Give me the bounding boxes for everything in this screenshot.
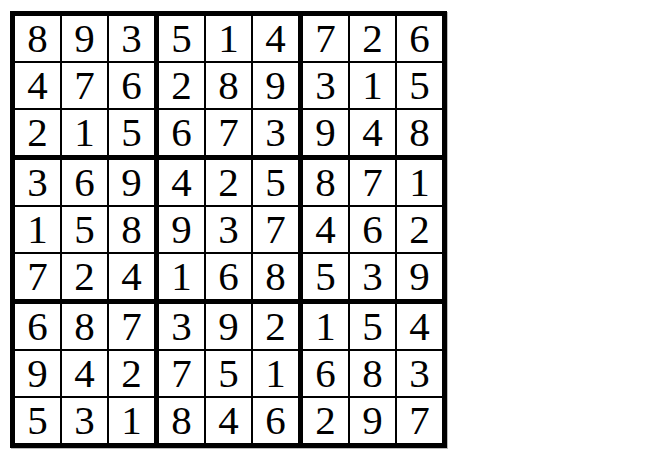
cell-r4c4[interactable]: 4: [159, 160, 206, 207]
cell-r1c3[interactable]: 3: [109, 16, 159, 63]
cell-r8c8[interactable]: 8: [350, 351, 397, 398]
cell-r9c7[interactable]: 2: [303, 398, 350, 443]
cell-r5c4[interactable]: 9: [159, 207, 206, 254]
cell-r4c5[interactable]: 2: [206, 160, 253, 207]
cell-r4c9[interactable]: 1: [397, 160, 442, 207]
cell-r6c5[interactable]: 6: [206, 254, 253, 304]
cell-r2c9[interactable]: 5: [397, 63, 442, 110]
cell-r1c7[interactable]: 7: [303, 16, 350, 63]
sudoku-board: 8935147264762893152156739483694258711589…: [10, 11, 447, 448]
cell-r7c8[interactable]: 5: [350, 304, 397, 351]
cell-r2c3[interactable]: 6: [109, 63, 159, 110]
cell-r8c3[interactable]: 2: [109, 351, 159, 398]
cell-r9c4[interactable]: 8: [159, 398, 206, 443]
cell-r8c4[interactable]: 7: [159, 351, 206, 398]
cell-r2c4[interactable]: 2: [159, 63, 206, 110]
cell-r9c9[interactable]: 7: [397, 398, 442, 443]
cell-r2c8[interactable]: 1: [350, 63, 397, 110]
cell-r8c6[interactable]: 1: [253, 351, 303, 398]
cell-r7c5[interactable]: 9: [206, 304, 253, 351]
cell-r6c1[interactable]: 7: [15, 254, 62, 304]
cell-r2c7[interactable]: 3: [303, 63, 350, 110]
cell-r9c2[interactable]: 3: [62, 398, 109, 443]
cell-r5c2[interactable]: 5: [62, 207, 109, 254]
cell-r8c7[interactable]: 6: [303, 351, 350, 398]
cell-r8c1[interactable]: 9: [15, 351, 62, 398]
cell-r2c5[interactable]: 8: [206, 63, 253, 110]
cell-r8c9[interactable]: 3: [397, 351, 442, 398]
cell-r3c4[interactable]: 6: [159, 110, 206, 160]
cell-r5c8[interactable]: 6: [350, 207, 397, 254]
cell-r9c1[interactable]: 5: [15, 398, 62, 443]
cell-r7c2[interactable]: 8: [62, 304, 109, 351]
cell-r1c2[interactable]: 9: [62, 16, 109, 63]
cell-r8c2[interactable]: 4: [62, 351, 109, 398]
cell-r3c3[interactable]: 5: [109, 110, 159, 160]
cell-r1c5[interactable]: 1: [206, 16, 253, 63]
cell-r6c3[interactable]: 4: [109, 254, 159, 304]
cell-r5c3[interactable]: 8: [109, 207, 159, 254]
cell-r2c2[interactable]: 7: [62, 63, 109, 110]
cell-r9c8[interactable]: 9: [350, 398, 397, 443]
cell-r5c6[interactable]: 7: [253, 207, 303, 254]
cell-r7c7[interactable]: 1: [303, 304, 350, 351]
cell-r8c5[interactable]: 5: [206, 351, 253, 398]
cell-r3c1[interactable]: 2: [15, 110, 62, 160]
cell-r3c2[interactable]: 1: [62, 110, 109, 160]
cell-r2c1[interactable]: 4: [15, 63, 62, 110]
cell-r9c3[interactable]: 1: [109, 398, 159, 443]
cell-r3c6[interactable]: 3: [253, 110, 303, 160]
cell-r7c4[interactable]: 3: [159, 304, 206, 351]
cell-r4c3[interactable]: 9: [109, 160, 159, 207]
cell-r3c9[interactable]: 8: [397, 110, 442, 160]
cell-r4c1[interactable]: 3: [15, 160, 62, 207]
cell-r5c9[interactable]: 2: [397, 207, 442, 254]
cell-r7c3[interactable]: 7: [109, 304, 159, 351]
cell-r6c2[interactable]: 2: [62, 254, 109, 304]
cell-r1c8[interactable]: 2: [350, 16, 397, 63]
cell-r9c5[interactable]: 4: [206, 398, 253, 443]
cell-r3c7[interactable]: 9: [303, 110, 350, 160]
cell-r5c5[interactable]: 3: [206, 207, 253, 254]
cell-r3c5[interactable]: 7: [206, 110, 253, 160]
cell-r7c1[interactable]: 6: [15, 304, 62, 351]
cell-r6c4[interactable]: 1: [159, 254, 206, 304]
cell-r5c7[interactable]: 4: [303, 207, 350, 254]
cell-r1c4[interactable]: 5: [159, 16, 206, 63]
cell-r1c9[interactable]: 6: [397, 16, 442, 63]
cell-r4c6[interactable]: 5: [253, 160, 303, 207]
cell-r1c1[interactable]: 8: [15, 16, 62, 63]
cell-r3c8[interactable]: 4: [350, 110, 397, 160]
cell-r7c6[interactable]: 2: [253, 304, 303, 351]
cell-r6c6[interactable]: 8: [253, 254, 303, 304]
cell-r4c2[interactable]: 6: [62, 160, 109, 207]
cell-r4c8[interactable]: 7: [350, 160, 397, 207]
cell-r6c7[interactable]: 5: [303, 254, 350, 304]
cell-r5c1[interactable]: 1: [15, 207, 62, 254]
cell-r2c6[interactable]: 9: [253, 63, 303, 110]
cell-r6c8[interactable]: 3: [350, 254, 397, 304]
cell-r1c6[interactable]: 4: [253, 16, 303, 63]
page: { "game": "sudoku", "state": "solved", "…: [0, 0, 660, 472]
cell-r6c9[interactable]: 9: [397, 254, 442, 304]
cell-r4c7[interactable]: 8: [303, 160, 350, 207]
cell-r7c9[interactable]: 4: [397, 304, 442, 351]
cell-r9c6[interactable]: 6: [253, 398, 303, 443]
